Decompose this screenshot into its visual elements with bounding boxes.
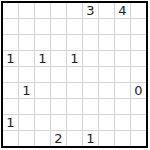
empty-cell[interactable] [19,131,34,146]
empty-cell[interactable] [67,35,82,50]
empty-cell[interactable] [131,67,146,82]
empty-cell[interactable] [19,99,34,114]
empty-cell[interactable] [3,83,18,98]
clue-cell: 0 [131,83,146,98]
empty-cell[interactable] [19,3,34,18]
empty-cell[interactable] [67,131,82,146]
empty-cell[interactable] [99,67,114,82]
empty-cell[interactable] [51,3,66,18]
empty-cell[interactable] [99,51,114,66]
clue-cell: 1 [35,51,50,66]
puzzle-stage: 3411110121 [0,0,150,150]
empty-cell[interactable] [51,67,66,82]
clue-cell: 1 [3,115,18,130]
empty-cell[interactable] [115,35,130,50]
empty-cell[interactable] [115,131,130,146]
empty-cell[interactable] [83,19,98,34]
empty-cell[interactable] [115,99,130,114]
empty-cell[interactable] [19,115,34,130]
empty-cell[interactable] [3,67,18,82]
clue-cell: 2 [51,131,66,146]
clue-cell: 1 [83,131,98,146]
empty-cell[interactable] [131,19,146,34]
empty-cell[interactable] [131,115,146,130]
empty-cell[interactable] [67,99,82,114]
empty-cell[interactable] [67,67,82,82]
empty-cell[interactable] [99,99,114,114]
empty-cell[interactable] [131,99,146,114]
empty-cell[interactable] [35,99,50,114]
empty-cell[interactable] [67,115,82,130]
empty-cell[interactable] [35,35,50,50]
empty-cell[interactable] [115,83,130,98]
empty-cell[interactable] [51,35,66,50]
empty-cell[interactable] [3,131,18,146]
empty-cell[interactable] [131,3,146,18]
empty-cell[interactable] [35,67,50,82]
empty-cell[interactable] [99,83,114,98]
empty-cell[interactable] [51,19,66,34]
empty-cell[interactable] [131,35,146,50]
clue-cell: 1 [3,51,18,66]
empty-cell[interactable] [99,131,114,146]
clue-cell: 1 [19,83,34,98]
empty-cell[interactable] [35,3,50,18]
empty-cell[interactable] [51,83,66,98]
empty-cell[interactable] [19,67,34,82]
empty-cell[interactable] [19,51,34,66]
empty-cell[interactable] [35,19,50,34]
empty-cell[interactable] [115,67,130,82]
empty-cell[interactable] [115,115,130,130]
empty-cell[interactable] [3,3,18,18]
empty-cell[interactable] [19,35,34,50]
empty-cell[interactable] [131,51,146,66]
empty-cell[interactable] [3,19,18,34]
empty-cell[interactable] [51,115,66,130]
empty-cell[interactable] [115,19,130,34]
empty-cell[interactable] [3,35,18,50]
empty-cell[interactable] [99,3,114,18]
empty-cell[interactable] [99,35,114,50]
empty-cell[interactable] [67,3,82,18]
empty-cell[interactable] [67,83,82,98]
empty-cell[interactable] [83,35,98,50]
empty-cell[interactable] [99,19,114,34]
empty-cell[interactable] [3,99,18,114]
empty-cell[interactable] [19,19,34,34]
clue-cell: 1 [67,51,82,66]
clue-cell: 4 [115,3,130,18]
empty-cell[interactable] [131,131,146,146]
empty-cell[interactable] [115,51,130,66]
clue-cell: 3 [83,3,98,18]
puzzle-board: 3411110121 [1,1,148,148]
empty-cell[interactable] [35,131,50,146]
empty-cell[interactable] [35,83,50,98]
empty-cell[interactable] [83,51,98,66]
empty-cell[interactable] [67,19,82,34]
empty-cell[interactable] [83,67,98,82]
empty-cell[interactable] [83,115,98,130]
empty-cell[interactable] [51,99,66,114]
empty-cell[interactable] [83,99,98,114]
empty-cell[interactable] [35,115,50,130]
empty-cell[interactable] [99,115,114,130]
empty-cell[interactable] [83,83,98,98]
empty-cell[interactable] [51,51,66,66]
